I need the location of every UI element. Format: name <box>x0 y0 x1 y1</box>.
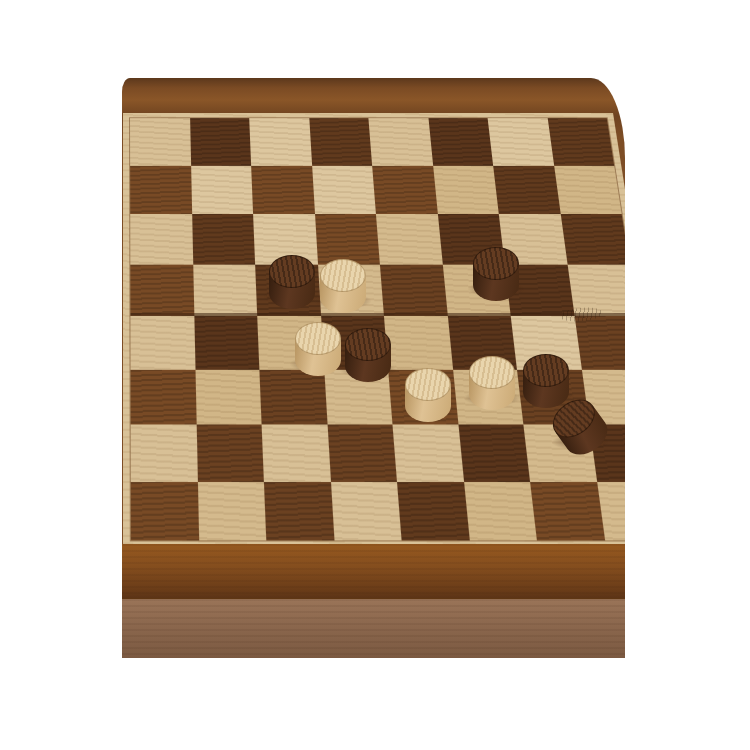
square-c2 <box>262 424 331 481</box>
square-b4 <box>194 316 260 369</box>
square-h8 <box>547 118 614 165</box>
square-c3 <box>259 369 327 424</box>
peg-top-face <box>320 259 366 292</box>
square-d6 <box>315 214 380 264</box>
square-g8 <box>488 118 554 165</box>
square-f7 <box>433 165 499 214</box>
checkers-peg-dark-c5 <box>269 255 315 309</box>
square-e8 <box>368 118 432 165</box>
checkers-peg-light-d5 <box>320 259 366 313</box>
square-g7 <box>493 165 560 214</box>
square-d7 <box>312 165 376 214</box>
board-box-photo <box>122 78 625 658</box>
square-d1 <box>330 481 401 540</box>
peg-top-face <box>269 255 315 288</box>
square-a4 <box>130 316 195 369</box>
peg-top-face <box>523 354 569 387</box>
square-e7 <box>372 165 437 214</box>
box-front-upper-edge <box>122 544 625 599</box>
square-e6 <box>376 214 442 264</box>
checkers-peg-dark-d4 <box>345 328 391 382</box>
peg-top-face <box>405 368 451 401</box>
square-c8 <box>249 118 311 165</box>
square-g1 <box>530 481 605 540</box>
square-c7 <box>251 165 314 214</box>
square-a2 <box>131 424 198 481</box>
checkers-peg-light-f3 <box>469 356 515 410</box>
checkers-peg-light-e3 <box>405 368 451 422</box>
square-e1 <box>397 481 469 540</box>
square-h7 <box>554 165 622 214</box>
square-h4 <box>574 316 625 369</box>
peg-top-face <box>295 322 341 355</box>
peg-top-face <box>345 328 391 361</box>
square-a6 <box>130 214 192 264</box>
square-h6 <box>560 214 625 264</box>
square-b2 <box>196 424 264 481</box>
square-b6 <box>192 214 255 264</box>
square-b3 <box>195 369 262 424</box>
checkers-peg-dark-f5 <box>473 247 519 301</box>
square-b8 <box>190 118 252 165</box>
square-a1 <box>131 481 199 540</box>
square-a8 <box>130 118 191 165</box>
square-f2 <box>458 424 530 481</box>
square-a5 <box>130 264 193 316</box>
square-a7 <box>130 165 192 214</box>
peg-top-face <box>473 247 519 280</box>
peg-top-face <box>469 356 515 389</box>
square-c1 <box>264 481 334 540</box>
box-front-lower-base <box>122 599 625 658</box>
square-f8 <box>428 118 493 165</box>
square-e2 <box>392 424 463 481</box>
square-d2 <box>327 424 397 481</box>
square-f1 <box>463 481 536 540</box>
checkers-peg-light-c4 <box>295 322 341 376</box>
square-b7 <box>191 165 253 214</box>
square-a3 <box>131 369 197 424</box>
checkers-peg-dark-g3 <box>523 354 569 408</box>
square-d8 <box>309 118 372 165</box>
square-b5 <box>193 264 257 316</box>
square-b1 <box>197 481 266 540</box>
square-e5 <box>380 264 447 316</box>
